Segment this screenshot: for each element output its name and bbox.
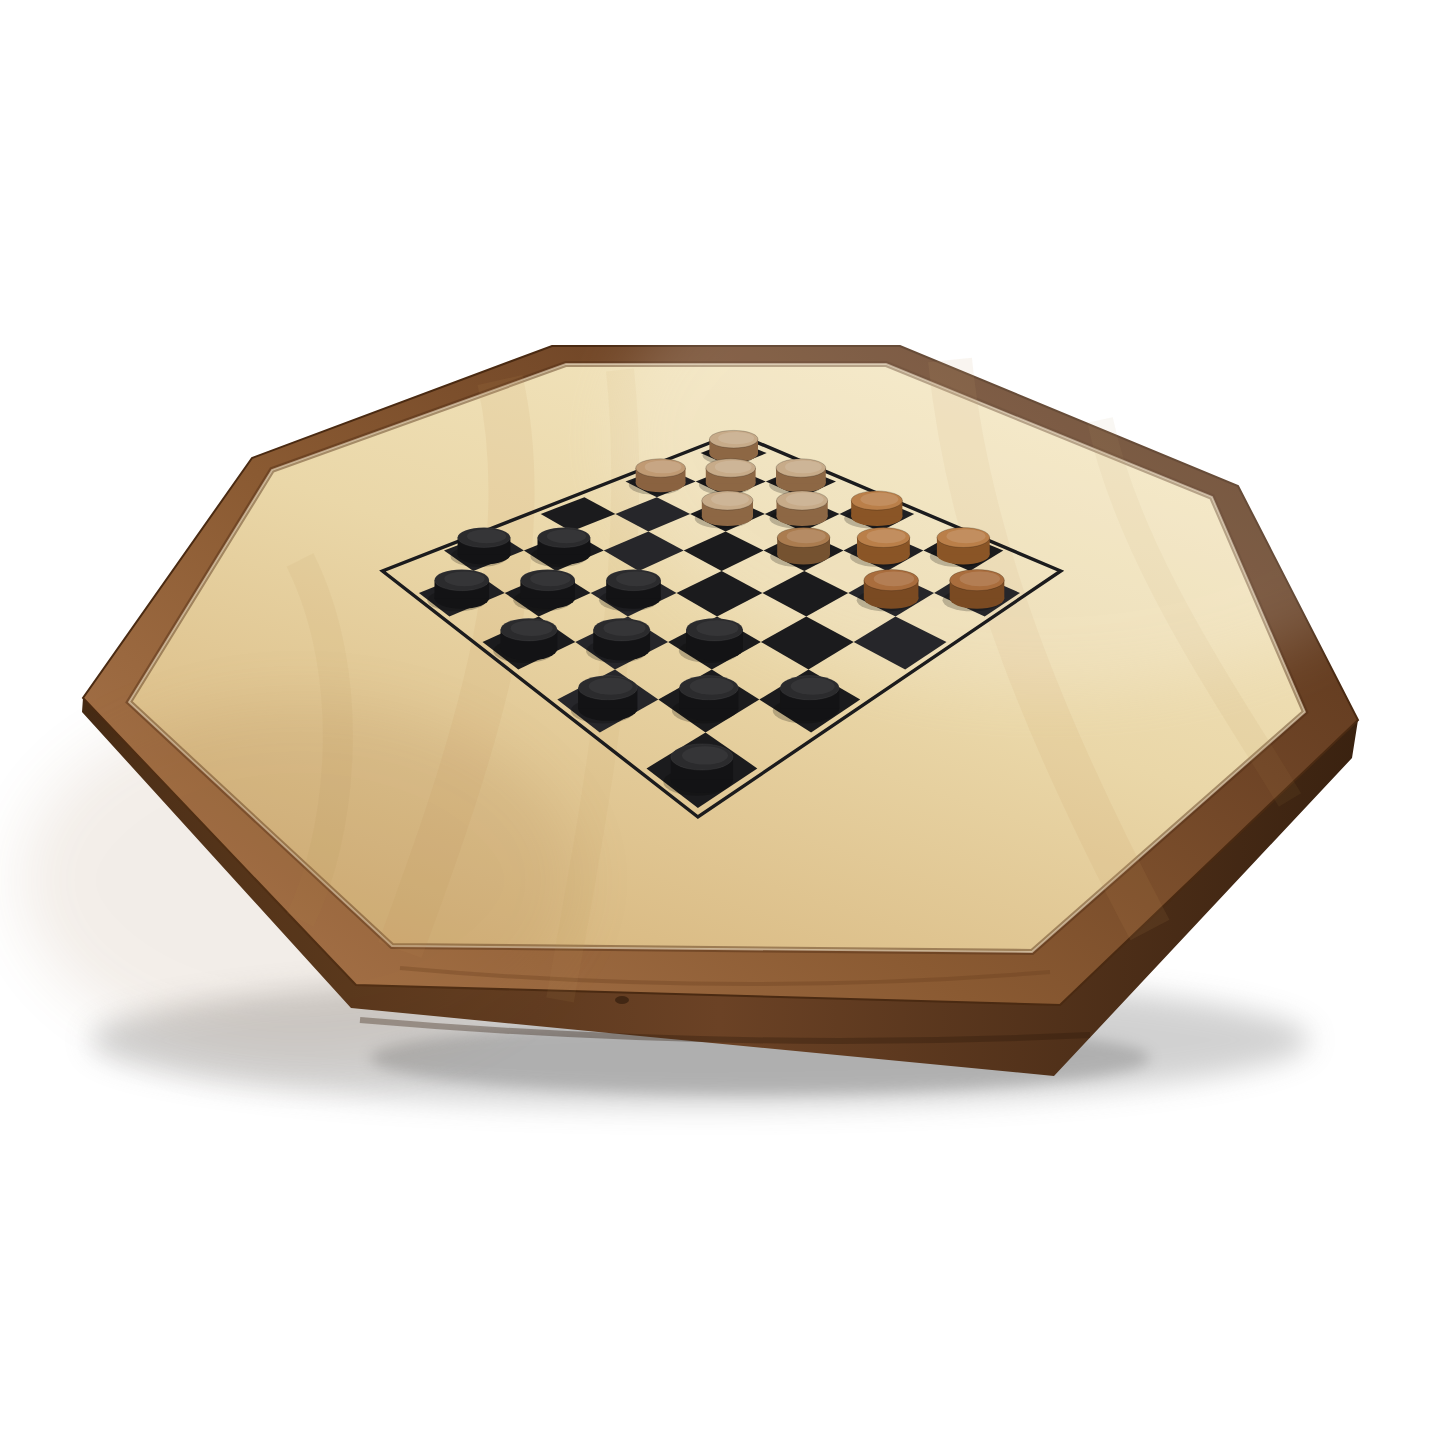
piece-top-highlight [947,529,986,543]
piece-top-highlight [616,571,656,586]
checker-black-r6c0[interactable] [451,528,511,568]
piece-top-highlight [690,678,734,695]
piece-top-highlight [547,529,586,543]
checker-black-r5c5[interactable] [679,618,743,663]
piece-top-highlight [604,620,646,636]
piece-top-highlight [960,571,1000,586]
piece-top-highlight [682,746,728,764]
checker-light-r2c6[interactable] [857,570,919,612]
rim-knot [615,996,629,1004]
piece-top-highlight [791,678,835,695]
piece-top-highlight [645,461,682,474]
piece-top-highlight [867,529,906,543]
piece-top-highlight [511,620,553,636]
checker-light-r1c7[interactable] [943,570,1005,612]
piece-top-highlight [715,461,752,474]
octagonal-checkers-table-photo [0,0,1445,1445]
checker-black-r7c1[interactable] [427,570,489,612]
piece-top-highlight [785,461,822,474]
checker-black-r5c7[interactable] [773,676,840,724]
checker-light-r2c4[interactable] [770,528,830,568]
checker-black-r6c2[interactable] [513,570,575,612]
checker-black-r5c1[interactable] [530,528,590,568]
piece-top-highlight [696,620,738,636]
checker-light-r2c2[interactable] [695,491,753,529]
checker-black-r7c3[interactable] [493,618,557,663]
product-photo-stage [0,0,1445,1445]
piece-top-highlight [467,529,506,543]
checker-light-r1c3[interactable] [769,491,827,529]
checker-black-r6c4[interactable] [586,618,650,663]
piece-top-highlight [786,493,824,506]
checker-light-r0c4[interactable] [844,491,902,529]
piece-top-highlight [718,432,754,444]
piece-top-highlight [530,571,570,586]
checker-light-r0c6[interactable] [930,528,990,568]
checker-light-r1c5[interactable] [850,528,910,568]
piece-top-highlight [589,678,633,695]
piece-top-highlight [787,529,826,543]
piece-top-highlight [874,571,914,586]
piece-top-highlight [444,571,484,586]
checker-black-r7c7[interactable] [663,744,733,796]
checker-black-r6c6[interactable] [672,676,739,724]
corner-shading [20,700,580,1060]
checker-black-r5c3[interactable] [599,570,661,612]
piece-top-highlight [861,493,899,506]
piece-top-highlight [711,493,749,506]
checker-black-r7c5[interactable] [571,676,638,724]
